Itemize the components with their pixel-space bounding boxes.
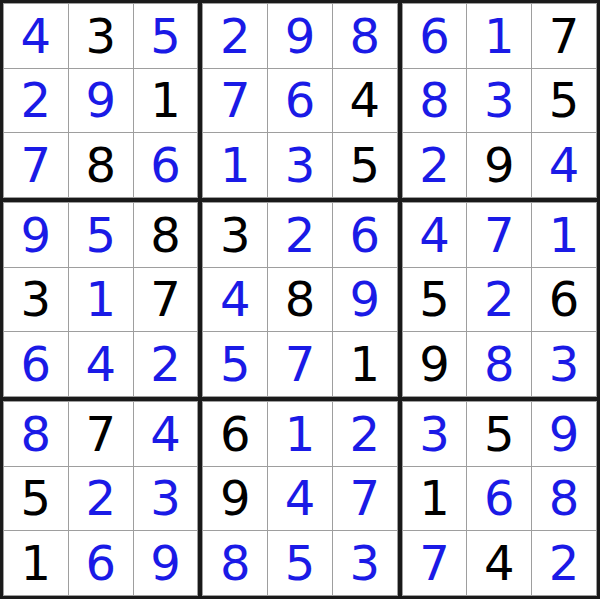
cell-r7c8[interactable]: 5 <box>467 402 531 466</box>
cell-r1c7[interactable]: 6 <box>403 4 467 68</box>
block-1-1: 435291786 <box>3 3 198 198</box>
cell-r1c4[interactable]: 2 <box>203 4 267 68</box>
block-2-1: 958317642 <box>3 202 198 397</box>
cell-r9c7[interactable]: 7 <box>403 531 467 595</box>
cell-r8c6[interactable]: 7 <box>333 467 397 531</box>
cell-r5c6[interactable]: 9 <box>333 268 397 332</box>
cell-r3c2[interactable]: 8 <box>69 133 133 197</box>
block-1-3: 617835294 <box>402 3 597 198</box>
cell-r7c3[interactable]: 4 <box>134 402 198 466</box>
cell-r5c4[interactable]: 4 <box>203 268 267 332</box>
cell-r9c9[interactable]: 2 <box>532 531 596 595</box>
cell-r4c9[interactable]: 1 <box>532 203 596 267</box>
cell-r8c9[interactable]: 8 <box>532 467 596 531</box>
cell-r3c7[interactable]: 2 <box>403 133 467 197</box>
cell-r6c4[interactable]: 5 <box>203 332 267 396</box>
cell-r1c5[interactable]: 9 <box>268 4 332 68</box>
cell-r7c6[interactable]: 2 <box>333 402 397 466</box>
cell-r6c8[interactable]: 8 <box>467 332 531 396</box>
cell-r8c1[interactable]: 5 <box>4 467 68 531</box>
cell-r7c4[interactable]: 6 <box>203 402 267 466</box>
cell-r5c3[interactable]: 7 <box>134 268 198 332</box>
cell-r1c2[interactable]: 3 <box>69 4 133 68</box>
cell-r9c8[interactable]: 4 <box>467 531 531 595</box>
cell-r9c5[interactable]: 5 <box>268 531 332 595</box>
cell-r8c3[interactable]: 3 <box>134 467 198 531</box>
cell-r7c2[interactable]: 7 <box>69 402 133 466</box>
cell-r7c7[interactable]: 3 <box>403 402 467 466</box>
cell-r5c8[interactable]: 2 <box>467 268 531 332</box>
cell-r3c8[interactable]: 9 <box>467 133 531 197</box>
cell-r4c4[interactable]: 3 <box>203 203 267 267</box>
cell-r4c6[interactable]: 6 <box>333 203 397 267</box>
cell-r7c5[interactable]: 1 <box>268 402 332 466</box>
cell-r3c1[interactable]: 7 <box>4 133 68 197</box>
cell-r4c2[interactable]: 5 <box>69 203 133 267</box>
cell-r2c9[interactable]: 5 <box>532 69 596 133</box>
cell-r5c7[interactable]: 5 <box>403 268 467 332</box>
cell-r8c8[interactable]: 6 <box>467 467 531 531</box>
cell-r6c5[interactable]: 7 <box>268 332 332 396</box>
cell-r6c3[interactable]: 2 <box>134 332 198 396</box>
cell-r8c2[interactable]: 2 <box>69 467 133 531</box>
block-3-1: 874523169 <box>3 401 198 596</box>
cell-r6c7[interactable]: 9 <box>403 332 467 396</box>
cell-r7c9[interactable]: 9 <box>532 402 596 466</box>
cell-r8c5[interactable]: 4 <box>268 467 332 531</box>
cell-r9c3[interactable]: 9 <box>134 531 198 595</box>
cell-r3c4[interactable]: 1 <box>203 133 267 197</box>
cell-r8c7[interactable]: 1 <box>403 467 467 531</box>
cell-r7c1[interactable]: 8 <box>4 402 68 466</box>
cell-r3c6[interactable]: 5 <box>333 133 397 197</box>
cell-r9c2[interactable]: 6 <box>69 531 133 595</box>
cell-r2c4[interactable]: 7 <box>203 69 267 133</box>
cell-r4c7[interactable]: 4 <box>403 203 467 267</box>
cell-r8c4[interactable]: 9 <box>203 467 267 531</box>
cell-r9c6[interactable]: 3 <box>333 531 397 595</box>
cell-r2c7[interactable]: 8 <box>403 69 467 133</box>
cell-r3c9[interactable]: 4 <box>532 133 596 197</box>
cell-r1c6[interactable]: 8 <box>333 4 397 68</box>
cell-r3c3[interactable]: 6 <box>134 133 198 197</box>
block-2-2: 326489571 <box>202 202 397 397</box>
cell-r4c3[interactable]: 8 <box>134 203 198 267</box>
cell-r1c1[interactable]: 4 <box>4 4 68 68</box>
cell-r6c1[interactable]: 6 <box>4 332 68 396</box>
cell-r2c3[interactable]: 1 <box>134 69 198 133</box>
sudoku-board: 4352917862987641356178352949583176423264… <box>0 0 600 599</box>
cell-r4c1[interactable]: 9 <box>4 203 68 267</box>
cell-r2c2[interactable]: 9 <box>69 69 133 133</box>
cell-r2c1[interactable]: 2 <box>4 69 68 133</box>
cell-r4c8[interactable]: 7 <box>467 203 531 267</box>
cell-r9c4[interactable]: 8 <box>203 531 267 595</box>
block-2-3: 471526983 <box>402 202 597 397</box>
block-3-3: 359168742 <box>402 401 597 596</box>
cell-r3c5[interactable]: 3 <box>268 133 332 197</box>
cell-r5c1[interactable]: 3 <box>4 268 68 332</box>
cell-r6c9[interactable]: 3 <box>532 332 596 396</box>
cell-r4c5[interactable]: 2 <box>268 203 332 267</box>
block-3-2: 612947853 <box>202 401 397 596</box>
cell-r9c1[interactable]: 1 <box>4 531 68 595</box>
cell-r2c5[interactable]: 6 <box>268 69 332 133</box>
cell-r5c9[interactable]: 6 <box>532 268 596 332</box>
cell-r5c5[interactable]: 8 <box>268 268 332 332</box>
cell-r2c8[interactable]: 3 <box>467 69 531 133</box>
cell-r2c6[interactable]: 4 <box>333 69 397 133</box>
cell-r6c2[interactable]: 4 <box>69 332 133 396</box>
cell-r5c2[interactable]: 1 <box>69 268 133 332</box>
block-1-2: 298764135 <box>202 3 397 198</box>
cell-r1c9[interactable]: 7 <box>532 4 596 68</box>
cell-r1c8[interactable]: 1 <box>467 4 531 68</box>
cell-r6c6[interactable]: 1 <box>333 332 397 396</box>
cell-r1c3[interactable]: 5 <box>134 4 198 68</box>
